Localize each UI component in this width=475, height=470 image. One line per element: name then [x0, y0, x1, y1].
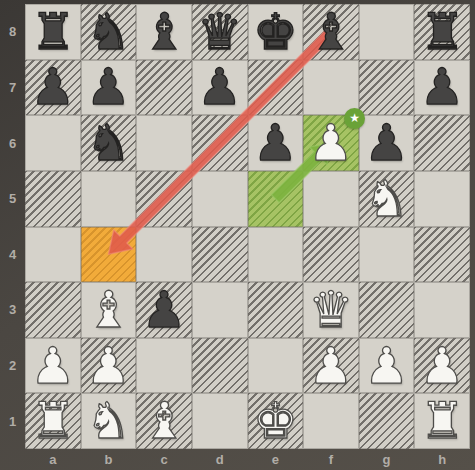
file-label-h: h [414, 449, 470, 470]
piece-white-pawn-f2[interactable]: ♟ [303, 338, 359, 394]
file-label-a: a [25, 449, 81, 470]
piece-white-queen-f3[interactable]: ♛ [303, 282, 359, 338]
file-label-b: b [81, 449, 137, 470]
piece-white-rook-a1[interactable]: ♜ [25, 393, 81, 449]
file-label-c: c [136, 449, 192, 470]
chess-board-panel: ♜♞♝♛♚♝♜♟♟♟♟♞♟♟♟♞♝♟♛♟♟♟♟♟♜♞♝♚♜ 87654321ab… [0, 0, 475, 470]
piece-black-pawn-a7[interactable]: ♟ [25, 60, 81, 116]
square-e7[interactable] [248, 60, 304, 116]
piece-black-pawn-b7[interactable]: ♟ [81, 60, 137, 116]
square-d6[interactable] [192, 115, 248, 171]
file-label-e: e [248, 449, 304, 470]
piece-black-pawn-d7[interactable]: ♟ [192, 60, 248, 116]
square-g1[interactable] [359, 393, 415, 449]
square-a5[interactable] [25, 171, 81, 227]
square-d4[interactable] [192, 227, 248, 283]
square-e2[interactable] [248, 338, 304, 394]
piece-white-knight-g5[interactable]: ♞ [359, 171, 415, 227]
rank-label-2: 2 [0, 338, 25, 394]
square-c5[interactable] [136, 171, 192, 227]
piece-black-rook-h8[interactable]: ♜ [414, 4, 470, 60]
square-g8[interactable] [359, 4, 415, 60]
square-d2[interactable] [192, 338, 248, 394]
rank-label-5: 5 [0, 171, 25, 227]
square-h5[interactable] [414, 171, 470, 227]
square-h6[interactable] [414, 115, 470, 171]
square-c7[interactable] [136, 60, 192, 116]
piece-black-queen-d8[interactable]: ♛ [192, 4, 248, 60]
piece-white-pawn-g2[interactable]: ♟ [359, 338, 415, 394]
file-label-f: f [303, 449, 359, 470]
best-move-star-badge: ★ [344, 108, 365, 129]
square-h4[interactable] [414, 227, 470, 283]
square-h3[interactable] [414, 282, 470, 338]
piece-black-bishop-c8[interactable]: ♝ [136, 4, 192, 60]
square-f4[interactable] [303, 227, 359, 283]
piece-black-pawn-h7[interactable]: ♟ [414, 60, 470, 116]
square-f1[interactable] [303, 393, 359, 449]
square-a4[interactable] [25, 227, 81, 283]
piece-black-pawn-e6[interactable]: ♟ [248, 115, 304, 171]
square-b5[interactable] [81, 171, 137, 227]
rank-label-1: 1 [0, 393, 25, 449]
square-a6[interactable] [25, 115, 81, 171]
square-c6[interactable] [136, 115, 192, 171]
rank-label-6: 6 [0, 115, 25, 171]
square-d5[interactable] [192, 171, 248, 227]
square-f7[interactable] [303, 60, 359, 116]
square-g7[interactable] [359, 60, 415, 116]
square-c2[interactable] [136, 338, 192, 394]
piece-white-rook-h1[interactable]: ♜ [414, 393, 470, 449]
piece-black-rook-a8[interactable]: ♜ [25, 4, 81, 60]
piece-black-knight-b8[interactable]: ♞ [81, 4, 137, 60]
piece-black-bishop-f8[interactable]: ♝ [303, 4, 359, 60]
piece-white-knight-b1[interactable]: ♞ [81, 393, 137, 449]
file-label-g: g [359, 449, 415, 470]
piece-white-pawn-h2[interactable]: ♟ [414, 338, 470, 394]
square-g4[interactable] [359, 227, 415, 283]
piece-white-pawn-b2[interactable]: ♟ [81, 338, 137, 394]
piece-black-pawn-c3[interactable]: ♟ [136, 282, 192, 338]
chess-board: ♜♞♝♛♚♝♜♟♟♟♟♞♟♟♟♞♝♟♛♟♟♟♟♟♜♞♝♚♜ [25, 4, 470, 449]
square-g3[interactable] [359, 282, 415, 338]
piece-white-pawn-a2[interactable]: ♟ [25, 338, 81, 394]
piece-black-king-e8[interactable]: ♚ [248, 4, 304, 60]
rank-label-8: 8 [0, 4, 25, 60]
square-d3[interactable] [192, 282, 248, 338]
square-a3[interactable] [25, 282, 81, 338]
rank-label-7: 7 [0, 60, 25, 116]
piece-black-pawn-g6[interactable]: ♟ [359, 115, 415, 171]
square-f5[interactable] [303, 171, 359, 227]
piece-black-knight-b6[interactable]: ♞ [81, 115, 137, 171]
square-d1[interactable] [192, 393, 248, 449]
rank-label-3: 3 [0, 282, 25, 338]
square-e5-last-move-from[interactable] [248, 171, 304, 227]
piece-white-bishop-b3[interactable]: ♝ [81, 282, 137, 338]
rank-label-4: 4 [0, 227, 25, 283]
square-b4-arrow-target[interactable] [81, 227, 137, 283]
square-c4[interactable] [136, 227, 192, 283]
file-label-d: d [192, 449, 248, 470]
piece-white-king-e1[interactable]: ♚ [248, 393, 304, 449]
square-e4[interactable] [248, 227, 304, 283]
square-e3[interactable] [248, 282, 304, 338]
piece-white-bishop-c1[interactable]: ♝ [136, 393, 192, 449]
